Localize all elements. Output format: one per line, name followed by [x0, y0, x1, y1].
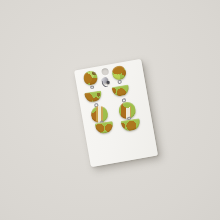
right-earring-half-moon-1 [111, 85, 129, 98]
display-card [74, 59, 158, 167]
right-jump-ring-1 [118, 80, 122, 84]
hang-hole [101, 68, 109, 76]
product-photo [0, 0, 220, 220]
left-earring-stud-disc [83, 70, 99, 86]
right-earring-half-moon-2 [121, 118, 141, 132]
left-earring-half-moon-2 [94, 121, 113, 134]
left-jump-ring-1 [90, 85, 94, 89]
left-earring-half-moon-1 [84, 91, 102, 103]
dark-clutch-bead [106, 81, 109, 85]
right-earring-stud-disc [111, 65, 127, 81]
